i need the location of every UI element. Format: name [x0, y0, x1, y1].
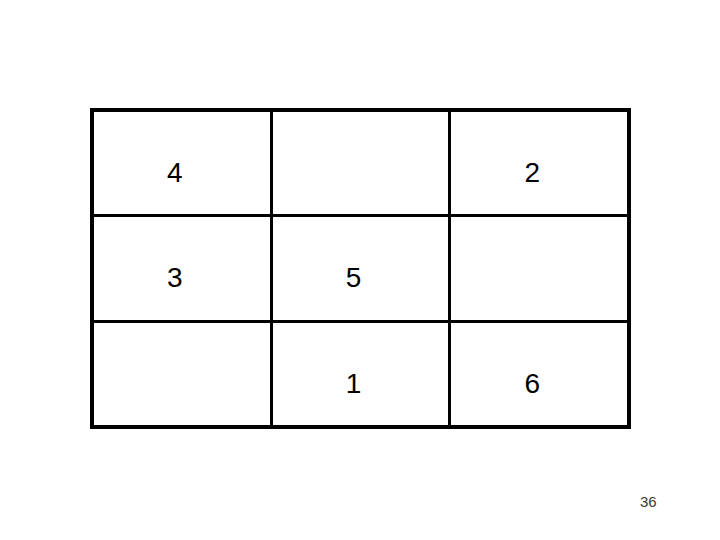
grid-cell-r3c1	[94, 323, 270, 425]
grid-cell-r2c3	[451, 217, 627, 319]
grid-cell-r1c3: 2	[451, 112, 627, 214]
grid-cell-r2c2: 5	[273, 217, 449, 319]
magic-square-grid: 4 2 3 5 1 6	[90, 108, 631, 429]
grid-cell-r1c2	[273, 112, 449, 214]
cell-value: 3	[167, 264, 183, 292]
slide-page-number: 36	[640, 494, 657, 509]
grid-cell-r3c3: 6	[451, 323, 627, 425]
cell-value: 2	[524, 159, 540, 187]
slide: 4 2 3 5 1 6 36	[0, 0, 720, 540]
cell-value: 5	[346, 264, 362, 292]
cell-value: 4	[167, 159, 183, 187]
grid-cell-r3c2: 1	[273, 323, 449, 425]
grid-cell-r1c1: 4	[94, 112, 270, 214]
cell-value: 1	[346, 370, 362, 398]
grid-cell-r2c1: 3	[94, 217, 270, 319]
cell-value: 6	[524, 370, 540, 398]
